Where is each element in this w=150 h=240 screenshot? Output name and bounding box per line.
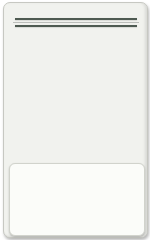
piece-tray (9, 163, 145, 236)
board-area (13, 11, 139, 43)
file-labels-bottom (16, 27, 139, 34)
chess-wallet (3, 2, 148, 238)
fold-hinge (13, 20, 139, 25)
footer-row (13, 35, 139, 43)
file-labels-top (16, 11, 139, 18)
